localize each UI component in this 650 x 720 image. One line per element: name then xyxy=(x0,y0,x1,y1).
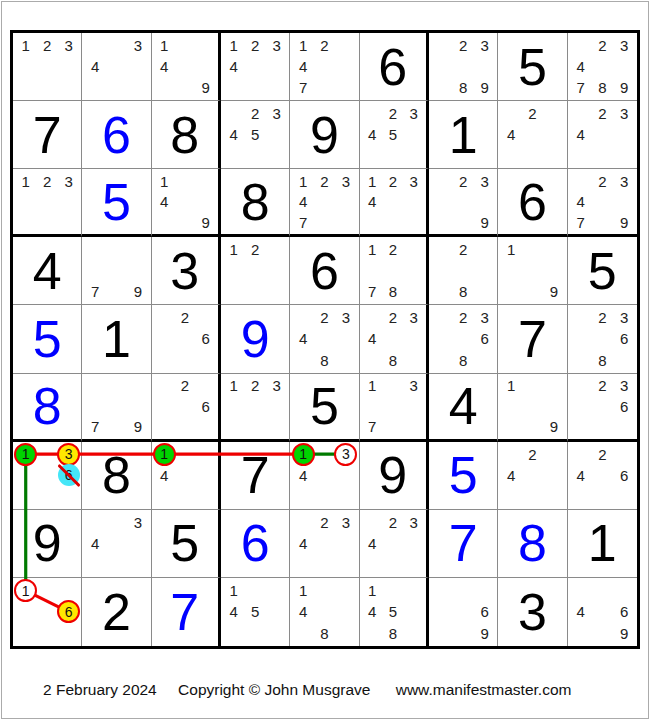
candidate-slot xyxy=(570,171,592,191)
candidate-slot xyxy=(382,145,403,166)
candidate-digit: 1 xyxy=(368,583,376,598)
candidate-slot: 9 xyxy=(613,212,635,232)
candidate-slot xyxy=(58,192,79,212)
cell-r4c8[interactable]: 19 xyxy=(498,237,567,305)
candidate-slot xyxy=(266,145,287,166)
candidate-slot xyxy=(292,486,313,507)
candidate-slot: 9 xyxy=(474,623,495,644)
candidate-slot xyxy=(613,145,635,166)
candidate-digit: 2 xyxy=(598,378,606,393)
candidate-slot xyxy=(452,601,473,622)
cell-r3c6[interactable]: 1234 xyxy=(360,169,429,237)
candidate-slot xyxy=(266,260,287,281)
cell-r8c9[interactable]: 1 xyxy=(568,510,637,578)
candidate-slot xyxy=(452,212,473,232)
candidate-slot xyxy=(570,444,592,465)
candidate-digit: 7 xyxy=(91,284,99,299)
candidate-digit: 3 xyxy=(409,378,417,393)
cell-r9c5[interactable]: 148 xyxy=(290,578,359,646)
candidate-slot xyxy=(195,171,216,191)
candidate-slot xyxy=(431,171,452,191)
cell-r7c1[interactable]: 136 xyxy=(13,442,82,510)
candidate-slot xyxy=(154,307,175,328)
candidate-digit: 2 xyxy=(320,174,328,189)
candidate-slot xyxy=(570,35,592,56)
candidate-digit: 2 xyxy=(389,242,397,257)
candidate-digit: 2 xyxy=(389,106,397,121)
candidate-digit: 1 xyxy=(22,174,30,189)
candidate-digit: 3 xyxy=(620,106,628,121)
candidates-grid: 1234 xyxy=(360,169,426,234)
cell-r2c7[interactable]: 1 xyxy=(429,101,498,169)
candidate-slot xyxy=(362,554,383,575)
solved-digit: 8 xyxy=(13,374,81,439)
candidate-slot: 4 xyxy=(292,328,313,349)
candidate-digit: 8 xyxy=(389,353,397,368)
candidate-slot xyxy=(522,281,543,302)
candidate-digit: 4 xyxy=(507,127,515,142)
candidate-slot xyxy=(266,623,287,644)
candidate-slot xyxy=(362,145,383,166)
candidate-slot xyxy=(292,350,313,371)
candidate-slot xyxy=(543,124,564,145)
cell-r1c7[interactable]: 2389 xyxy=(429,33,498,101)
candidate-digit: 9 xyxy=(620,215,628,230)
candidate-slot: 9 xyxy=(127,416,148,436)
cell-r8c5[interactable]: 234 xyxy=(290,510,359,578)
candidates-grid: 1278 xyxy=(360,237,426,304)
cell-r7c5[interactable]: 134 xyxy=(290,442,359,510)
cell-r6c5[interactable]: 5 xyxy=(290,374,359,442)
cell-r2c9[interactable]: 234 xyxy=(568,101,637,169)
candidate-slot xyxy=(106,239,127,260)
candidates-grid: 149 xyxy=(152,33,218,100)
candidate-slot xyxy=(36,486,57,507)
candidate-slot xyxy=(154,77,175,98)
candidates-grid: 137 xyxy=(360,374,426,439)
candidate-slot: 7 xyxy=(84,281,105,302)
cell-r6c6[interactable]: 137 xyxy=(360,374,429,442)
candidate-slot: 2 xyxy=(452,239,473,260)
given-digit: 7 xyxy=(13,101,81,168)
cell-r1c3[interactable]: 149 xyxy=(152,33,221,101)
cell-r9c4[interactable]: 145 xyxy=(221,578,290,646)
candidate-slot: 4 xyxy=(84,533,105,554)
given-digit: 8 xyxy=(152,101,218,168)
cell-r2c8[interactable]: 24 xyxy=(498,101,567,169)
candidate-digit: 6 xyxy=(620,399,628,414)
cell-r4c5[interactable]: 6 xyxy=(290,237,359,305)
candidate-slot xyxy=(613,416,635,436)
candidate-slot xyxy=(223,623,244,644)
cell-r8c2[interactable]: 34 xyxy=(82,510,151,578)
candidate-slot xyxy=(362,212,383,232)
cell-r9c9[interactable]: 469 xyxy=(568,578,637,646)
cell-r8c1[interactable]: 9 xyxy=(13,510,82,578)
candidate-slot: 6 xyxy=(58,465,79,486)
candidate-slot xyxy=(314,554,335,575)
candidate-slot: 2 xyxy=(244,103,265,124)
candidate-slot xyxy=(570,580,592,601)
candidate-slot xyxy=(266,601,287,622)
cell-r9c7[interactable]: 69 xyxy=(429,578,498,646)
candidate-slot: 3 xyxy=(127,35,148,56)
candidate-slot: 5 xyxy=(382,124,403,145)
cell-r6c1[interactable]: 8 xyxy=(13,374,82,442)
candidate-slot: 4 xyxy=(500,124,521,145)
candidates-grid: 149 xyxy=(152,169,218,234)
given-digit: 1 xyxy=(568,510,637,577)
candidate-digit: 2 xyxy=(459,38,467,53)
cell-r1c1[interactable]: 123 xyxy=(13,33,82,101)
cell-r2c2[interactable]: 6 xyxy=(82,101,151,169)
candidate-slot xyxy=(431,580,452,601)
candidate-slot: 9 xyxy=(474,77,495,98)
cell-r9c2[interactable]: 2 xyxy=(82,578,151,646)
cell-r7c8[interactable]: 24 xyxy=(498,442,567,510)
candidate-slot xyxy=(613,444,635,465)
candidate-slot: 4 xyxy=(154,465,175,486)
candidate-digit: 6 xyxy=(201,331,209,346)
sudoku-page: 1233414912341247623895234789768234592345… xyxy=(0,0,650,720)
candidate-slot xyxy=(266,281,287,302)
candidate-slot xyxy=(127,554,148,575)
candidate-slot: 2 xyxy=(522,103,543,124)
candidate-slot: 3 xyxy=(58,35,79,56)
cell-r2c3[interactable]: 8 xyxy=(152,101,221,169)
cell-r4c9[interactable]: 5 xyxy=(568,237,637,305)
candidate-slot xyxy=(266,396,287,416)
candidate-slot: 3 xyxy=(613,307,635,328)
candidate-slot xyxy=(570,486,592,507)
candidate-slot: 1 xyxy=(292,580,313,601)
candidate-digit: 2 xyxy=(598,38,606,53)
candidate-slot xyxy=(84,35,105,56)
candidate-digit: 6 xyxy=(620,331,628,346)
candidate-slot xyxy=(127,77,148,98)
cell-r6c7[interactable]: 4 xyxy=(429,374,498,442)
cell-r9c8[interactable]: 3 xyxy=(498,578,567,646)
candidates-grid: 69 xyxy=(429,578,497,646)
candidate-slot xyxy=(127,260,148,281)
cell-r6c9[interactable]: 236 xyxy=(568,374,637,442)
candidate-slot xyxy=(500,281,521,302)
candidate-digit: 3 xyxy=(64,174,72,189)
candidate-slot: 1 xyxy=(362,239,383,260)
candidate-slot: 6 xyxy=(474,601,495,622)
candidate-slot xyxy=(570,623,592,644)
candidate-slot: 6 xyxy=(613,396,635,416)
candidate-digit: 9 xyxy=(480,215,488,230)
chain-node-green-circle: 1 xyxy=(14,443,37,466)
candidate-slot xyxy=(591,623,613,644)
cell-r3c5[interactable]: 12347 xyxy=(290,169,359,237)
candidate-slot xyxy=(591,601,613,622)
candidate-slot xyxy=(522,260,543,281)
cell-r3c4[interactable]: 8 xyxy=(221,169,290,237)
cell-r6c4[interactable]: 123 xyxy=(221,374,290,442)
cell-r6c8[interactable]: 19 xyxy=(498,374,567,442)
candidate-slot xyxy=(106,533,127,554)
cell-r4c1[interactable]: 4 xyxy=(13,237,82,305)
cell-r9c1[interactable]: 16 xyxy=(13,578,82,646)
candidate-slot xyxy=(314,465,335,486)
solved-digit: 6 xyxy=(82,101,150,168)
solved-digit: 9 xyxy=(221,305,289,372)
candidate-slot xyxy=(58,580,79,601)
candidate-slot xyxy=(362,396,383,416)
cell-r7c3[interactable]: 14 xyxy=(152,442,221,510)
candidates-grid: 23479 xyxy=(568,169,637,234)
given-digit: 8 xyxy=(82,442,150,509)
cell-r5c7[interactable]: 2368 xyxy=(429,305,498,373)
candidates-grid: 1234 xyxy=(221,33,289,100)
sudoku-board: 1233414912341247623895234789768234592345… xyxy=(10,30,640,649)
candidate-slot xyxy=(431,307,452,328)
candidates-grid: 2348 xyxy=(290,305,358,372)
candidate-digit: 4 xyxy=(368,194,376,209)
candidate-slot xyxy=(362,260,383,281)
candidate-slot xyxy=(403,124,424,145)
cell-r5c2[interactable]: 1 xyxy=(82,305,151,373)
candidate-slot xyxy=(314,486,335,507)
cell-r5c4[interactable]: 9 xyxy=(221,305,290,373)
candidate-slot xyxy=(431,260,452,281)
cell-r5c6[interactable]: 2348 xyxy=(360,305,429,373)
candidate-slot xyxy=(154,396,175,416)
cell-r8c3[interactable]: 5 xyxy=(152,510,221,578)
cell-r3c9[interactable]: 23479 xyxy=(568,169,637,237)
candidate-slot xyxy=(84,376,105,396)
candidate-slot: 7 xyxy=(292,212,313,232)
cell-r7c4[interactable]: 7 xyxy=(221,442,290,510)
cell-r1c9[interactable]: 234789 xyxy=(568,33,637,101)
candidate-slot xyxy=(292,512,313,533)
candidate-slot xyxy=(543,444,564,465)
candidate-slot xyxy=(591,124,613,145)
cell-r1c4[interactable]: 1234 xyxy=(221,33,290,101)
candidates-grid: 1458 xyxy=(360,578,426,646)
candidate-digit: 6 xyxy=(480,331,488,346)
footer-url[interactable]: www.manifestmaster.com xyxy=(396,681,572,698)
cell-r4c3[interactable]: 3 xyxy=(152,237,221,305)
candidate-slot xyxy=(543,145,564,166)
cell-r5c3[interactable]: 26 xyxy=(152,305,221,373)
candidates-grid: 79 xyxy=(82,237,150,304)
candidate-slot: 3 xyxy=(474,171,495,191)
candidate-slot xyxy=(382,396,403,416)
cell-r6c2[interactable]: 79 xyxy=(82,374,151,442)
cell-r2c6[interactable]: 2345 xyxy=(360,101,429,169)
cell-r8c8[interactable]: 8 xyxy=(498,510,567,578)
given-digit: 9 xyxy=(290,101,358,168)
candidate-digit: 9 xyxy=(620,626,628,641)
cell-r3c8[interactable]: 6 xyxy=(498,169,567,237)
cell-r8c6[interactable]: 234 xyxy=(360,510,429,578)
cell-r5c1[interactable]: 5 xyxy=(13,305,82,373)
cell-r1c8[interactable]: 5 xyxy=(498,33,567,101)
given-digit: 4 xyxy=(13,237,81,304)
candidate-slot: 4 xyxy=(362,533,383,554)
cell-r1c2[interactable]: 34 xyxy=(82,33,151,101)
cell-r2c4[interactable]: 2345 xyxy=(221,101,290,169)
candidate-slot xyxy=(543,486,564,507)
candidates-grid: 24 xyxy=(498,101,566,168)
candidate-slot: 3 xyxy=(58,171,79,191)
candidates-grid: 2368 xyxy=(429,305,497,372)
cell-r3c7[interactable]: 239 xyxy=(429,169,498,237)
candidate-slot xyxy=(292,623,313,644)
candidate-slot xyxy=(403,239,424,260)
cell-r3c2[interactable]: 5 xyxy=(82,169,151,237)
candidate-slot xyxy=(106,56,127,77)
cell-r1c6[interactable]: 6 xyxy=(360,33,429,101)
candidate-slot: 3 xyxy=(403,307,424,328)
candidate-slot: 1 xyxy=(362,171,383,191)
candidate-slot: 9 xyxy=(613,77,635,98)
candidate-slot: 2 xyxy=(244,239,265,260)
cell-r7c7[interactable]: 5 xyxy=(429,442,498,510)
candidate-slot xyxy=(591,192,613,212)
candidate-slot xyxy=(335,554,356,575)
candidate-slot xyxy=(613,192,635,212)
candidate-slot xyxy=(543,465,564,486)
candidate-slot xyxy=(266,56,287,77)
candidate-digit: 1 xyxy=(368,242,376,257)
candidate-digit: 3 xyxy=(342,515,350,530)
candidate-slot: 2 xyxy=(314,171,335,191)
candidate-slot xyxy=(195,465,216,486)
candidate-slot xyxy=(244,260,265,281)
cell-r8c4[interactable]: 6 xyxy=(221,510,290,578)
candidate-slot: 3 xyxy=(335,171,356,191)
candidate-slot xyxy=(613,580,635,601)
candidate-slot xyxy=(36,192,57,212)
candidate-slot: 3 xyxy=(403,376,424,396)
candidate-slot: 4 xyxy=(570,124,592,145)
cell-r8c7[interactable]: 7 xyxy=(429,510,498,578)
candidate-slot xyxy=(244,281,265,302)
candidate-slot: 9 xyxy=(613,623,635,644)
candidate-slot xyxy=(36,56,57,77)
candidate-slot xyxy=(403,145,424,166)
solved-digit: 5 xyxy=(429,442,497,509)
chain-node-yellow-circle: 3 xyxy=(57,443,80,466)
cell-r9c6[interactable]: 1458 xyxy=(360,578,429,646)
cell-r7c6[interactable]: 9 xyxy=(360,442,429,510)
candidate-digit: 2 xyxy=(389,515,397,530)
candidate-slot xyxy=(106,77,127,98)
candidate-slot xyxy=(223,416,244,436)
cell-r3c1[interactable]: 123 xyxy=(13,169,82,237)
candidate-slot: 1 xyxy=(154,35,175,56)
candidate-slot xyxy=(403,212,424,232)
candidate-digit: 1 xyxy=(507,378,515,393)
cell-r7c2[interactable]: 8 xyxy=(82,442,151,510)
candidate-slot xyxy=(335,486,356,507)
candidate-slot: 7 xyxy=(292,77,313,98)
candidate-digit: 3 xyxy=(620,378,628,393)
candidate-slot xyxy=(174,416,195,436)
cell-r2c1[interactable]: 7 xyxy=(13,101,82,169)
candidate-slot: 4 xyxy=(570,192,592,212)
candidate-slot xyxy=(266,580,287,601)
candidate-digit: 4 xyxy=(160,468,168,483)
cell-r5c9[interactable]: 2368 xyxy=(568,305,637,373)
candidate-slot xyxy=(591,465,613,486)
candidate-slot xyxy=(543,239,564,260)
candidate-slot xyxy=(244,580,265,601)
candidate-slot xyxy=(403,601,424,622)
candidate-slot: 2 xyxy=(174,307,195,328)
candidate-digit: 3 xyxy=(409,515,417,530)
cell-r6c3[interactable]: 26 xyxy=(152,374,221,442)
cell-r4c7[interactable]: 28 xyxy=(429,237,498,305)
candidate-slot: 1 xyxy=(500,376,521,396)
candidate-slot: 4 xyxy=(570,56,592,77)
candidate-slot: 8 xyxy=(452,77,473,98)
candidate-slot xyxy=(570,416,592,436)
candidate-slot xyxy=(403,281,424,302)
candidate-slot: 4 xyxy=(570,601,592,622)
candidates-grid: 234 xyxy=(568,101,637,168)
given-digit: 9 xyxy=(13,510,81,577)
candidate-slot xyxy=(58,623,79,644)
candidate-slot xyxy=(292,307,313,328)
candidate-slot xyxy=(431,35,452,56)
given-digit: 6 xyxy=(290,237,358,304)
cell-r3c3[interactable]: 149 xyxy=(152,169,221,237)
candidates-grid: 34 xyxy=(82,33,150,100)
candidate-slot: 1 xyxy=(15,35,36,56)
cell-r5c8[interactable]: 7 xyxy=(498,305,567,373)
candidate-slot: 3 xyxy=(474,35,495,56)
cell-r1c5[interactable]: 1247 xyxy=(290,33,359,101)
candidate-digit: 1 xyxy=(230,38,238,53)
cell-r7c9[interactable]: 246 xyxy=(568,442,637,510)
cell-r4c4[interactable]: 12 xyxy=(221,237,290,305)
cell-r4c2[interactable]: 79 xyxy=(82,237,151,305)
candidate-slot: 3 xyxy=(613,35,635,56)
cell-r2c5[interactable]: 9 xyxy=(290,101,359,169)
cell-r4c6[interactable]: 1278 xyxy=(360,237,429,305)
candidate-slot xyxy=(570,350,592,371)
candidate-slot xyxy=(452,260,473,281)
candidate-digit: 3 xyxy=(409,106,417,121)
given-digit: 3 xyxy=(498,578,566,646)
candidate-slot xyxy=(613,124,635,145)
candidate-slot xyxy=(314,212,335,232)
candidate-digit: 1 xyxy=(299,174,307,189)
candidate-slot: 1 xyxy=(223,376,244,396)
candidate-slot: 6 xyxy=(474,328,495,349)
candidate-slot: 6 xyxy=(195,396,216,416)
candidate-slot xyxy=(244,396,265,416)
candidate-slot: 4 xyxy=(84,56,105,77)
candidate-slot xyxy=(174,350,195,371)
cell-r9c3[interactable]: 7 xyxy=(152,578,221,646)
candidate-slot xyxy=(223,103,244,124)
candidate-slot xyxy=(84,396,105,416)
candidate-slot: 3 xyxy=(613,171,635,191)
candidates-grid: 2348 xyxy=(360,305,426,372)
candidate-digit: 2 xyxy=(43,174,51,189)
candidate-slot: 3 xyxy=(335,444,356,465)
candidate-digit: 2 xyxy=(528,106,536,121)
candidate-slot xyxy=(195,444,216,465)
candidate-slot: 2 xyxy=(522,444,543,465)
cell-r5c5[interactable]: 2348 xyxy=(290,305,359,373)
